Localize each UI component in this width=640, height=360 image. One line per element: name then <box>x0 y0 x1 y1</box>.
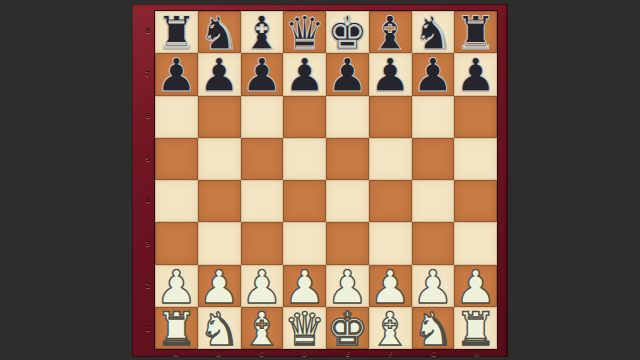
piece-black-knight[interactable]: ♞ <box>412 11 453 53</box>
square-f3[interactable] <box>369 222 412 264</box>
square-a2[interactable]: ♟ <box>155 265 198 307</box>
square-d8[interactable]: ♛ <box>283 11 326 53</box>
square-h2[interactable]: ♟ <box>454 265 497 307</box>
square-g2[interactable]: ♟ <box>412 265 455 307</box>
square-c8[interactable]: ♝ <box>241 11 284 53</box>
square-b2[interactable]: ♟ <box>198 265 241 307</box>
square-h5[interactable] <box>454 138 497 180</box>
square-a5[interactable] <box>155 138 198 180</box>
piece-black-pawn[interactable]: ♟ <box>327 53 368 95</box>
square-h6[interactable] <box>454 96 497 138</box>
square-d1[interactable]: ♛ <box>283 307 326 349</box>
piece-black-pawn[interactable]: ♟ <box>412 53 453 95</box>
square-g4[interactable] <box>412 180 455 222</box>
square-d5[interactable] <box>283 138 326 180</box>
square-d7[interactable]: ♟ <box>283 53 326 95</box>
chess-board: 87654321 ♜♞♝♛♚♝♞♜♟♟♟♟♟♟♟♟♟♟♟♟♟♟♟♟♜♞♝♛♚♝♞… <box>132 4 508 357</box>
file-label-b: B <box>197 350 240 358</box>
piece-white-pawn[interactable]: ♟ <box>284 265 325 307</box>
file-labels: ABCDEFGH <box>154 350 498 358</box>
square-e3[interactable] <box>326 222 369 264</box>
square-e7[interactable]: ♟ <box>326 53 369 95</box>
square-g1[interactable]: ♞ <box>412 307 455 349</box>
square-a4[interactable] <box>155 180 198 222</box>
piece-white-pawn[interactable]: ♟ <box>455 265 496 307</box>
square-b6[interactable] <box>198 96 241 138</box>
piece-black-rook[interactable]: ♜ <box>156 11 197 53</box>
square-d3[interactable] <box>283 222 326 264</box>
piece-black-rook[interactable]: ♜ <box>455 11 496 53</box>
file-label-g: G <box>412 350 455 358</box>
piece-white-knight[interactable]: ♞ <box>199 307 240 349</box>
square-h4[interactable] <box>454 180 497 222</box>
piece-black-pawn[interactable]: ♟ <box>370 53 411 95</box>
piece-white-pawn[interactable]: ♟ <box>156 265 197 307</box>
video-frame-background: 87654321 ♜♞♝♛♚♝♞♜♟♟♟♟♟♟♟♟♟♟♟♟♟♟♟♟♜♞♝♛♚♝♞… <box>0 0 640 360</box>
square-b7[interactable]: ♟ <box>198 53 241 95</box>
piece-black-bishop[interactable]: ♝ <box>370 11 411 53</box>
piece-white-bishop[interactable]: ♝ <box>241 307 282 349</box>
file-label-f: F <box>369 350 412 358</box>
square-a1[interactable]: ♜ <box>155 307 198 349</box>
square-d4[interactable] <box>283 180 326 222</box>
square-c1[interactable]: ♝ <box>241 307 284 349</box>
square-a6[interactable] <box>155 96 198 138</box>
file-label-h: H <box>455 350 498 358</box>
square-e1[interactable]: ♚ <box>326 307 369 349</box>
square-c3[interactable] <box>241 222 284 264</box>
piece-white-pawn[interactable]: ♟ <box>241 265 282 307</box>
file-label-e: E <box>326 350 369 358</box>
rank-label-3: 3 <box>132 223 154 266</box>
square-h8[interactable]: ♜ <box>454 11 497 53</box>
piece-black-pawn[interactable]: ♟ <box>199 53 240 95</box>
square-e2[interactable]: ♟ <box>326 265 369 307</box>
square-h1[interactable]: ♜ <box>454 307 497 349</box>
rank-label-7: 7 <box>132 53 154 96</box>
square-c2[interactable]: ♟ <box>241 265 284 307</box>
piece-black-knight[interactable]: ♞ <box>199 11 240 53</box>
square-b8[interactable]: ♞ <box>198 11 241 53</box>
piece-white-pawn[interactable]: ♟ <box>199 265 240 307</box>
piece-black-pawn[interactable]: ♟ <box>156 53 197 95</box>
square-e5[interactable] <box>326 138 369 180</box>
square-d6[interactable] <box>283 96 326 138</box>
square-h7[interactable]: ♟ <box>454 53 497 95</box>
piece-white-queen[interactable]: ♛ <box>284 307 325 349</box>
square-g6[interactable] <box>412 96 455 138</box>
rank-label-4: 4 <box>132 180 154 223</box>
square-d2[interactable]: ♟ <box>283 265 326 307</box>
piece-black-king[interactable]: ♚ <box>327 11 368 53</box>
square-b3[interactable] <box>198 222 241 264</box>
square-g3[interactable] <box>412 222 455 264</box>
rank-label-2: 2 <box>132 265 154 308</box>
piece-white-rook[interactable]: ♜ <box>156 307 197 349</box>
square-h3[interactable] <box>454 222 497 264</box>
file-label-d: D <box>283 350 326 358</box>
square-f1[interactable]: ♝ <box>369 307 412 349</box>
piece-black-queen[interactable]: ♛ <box>284 11 325 53</box>
file-label-a: A <box>154 350 197 358</box>
square-b4[interactable] <box>198 180 241 222</box>
rank-label-8: 8 <box>132 10 154 53</box>
square-a8[interactable]: ♜ <box>155 11 198 53</box>
file-label-c: C <box>240 350 283 358</box>
square-f2[interactable]: ♟ <box>369 265 412 307</box>
square-f7[interactable]: ♟ <box>369 53 412 95</box>
piece-black-pawn[interactable]: ♟ <box>455 53 496 95</box>
piece-white-rook[interactable]: ♜ <box>455 307 496 349</box>
piece-black-pawn[interactable]: ♟ <box>284 53 325 95</box>
rank-label-1: 1 <box>132 308 154 351</box>
square-g5[interactable] <box>412 138 455 180</box>
piece-white-bishop[interactable]: ♝ <box>370 307 411 349</box>
square-b1[interactable]: ♞ <box>198 307 241 349</box>
piece-white-pawn[interactable]: ♟ <box>412 265 453 307</box>
piece-white-pawn[interactable]: ♟ <box>327 265 368 307</box>
square-c7[interactable]: ♟ <box>241 53 284 95</box>
square-a7[interactable]: ♟ <box>155 53 198 95</box>
square-b5[interactable] <box>198 138 241 180</box>
rank-label-5: 5 <box>132 138 154 181</box>
square-f4[interactable] <box>369 180 412 222</box>
square-f6[interactable] <box>369 96 412 138</box>
square-g7[interactable]: ♟ <box>412 53 455 95</box>
board-grid: ♜♞♝♛♚♝♞♜♟♟♟♟♟♟♟♟♟♟♟♟♟♟♟♟♜♞♝♛♚♝♞♜ <box>154 10 498 350</box>
square-a3[interactable] <box>155 222 198 264</box>
square-f8[interactable]: ♝ <box>369 11 412 53</box>
square-c6[interactable] <box>241 96 284 138</box>
piece-white-king[interactable]: ♚ <box>327 307 368 349</box>
square-f5[interactable] <box>369 138 412 180</box>
piece-white-knight[interactable]: ♞ <box>412 307 453 349</box>
square-e6[interactable] <box>326 96 369 138</box>
square-c4[interactable] <box>241 180 284 222</box>
square-e4[interactable] <box>326 180 369 222</box>
square-e8[interactable]: ♚ <box>326 11 369 53</box>
piece-black-pawn[interactable]: ♟ <box>241 53 282 95</box>
square-c5[interactable] <box>241 138 284 180</box>
piece-black-bishop[interactable]: ♝ <box>241 11 282 53</box>
rank-label-6: 6 <box>132 95 154 138</box>
rank-labels: 87654321 <box>132 10 154 350</box>
piece-white-pawn[interactable]: ♟ <box>370 265 411 307</box>
square-g8[interactable]: ♞ <box>412 11 455 53</box>
